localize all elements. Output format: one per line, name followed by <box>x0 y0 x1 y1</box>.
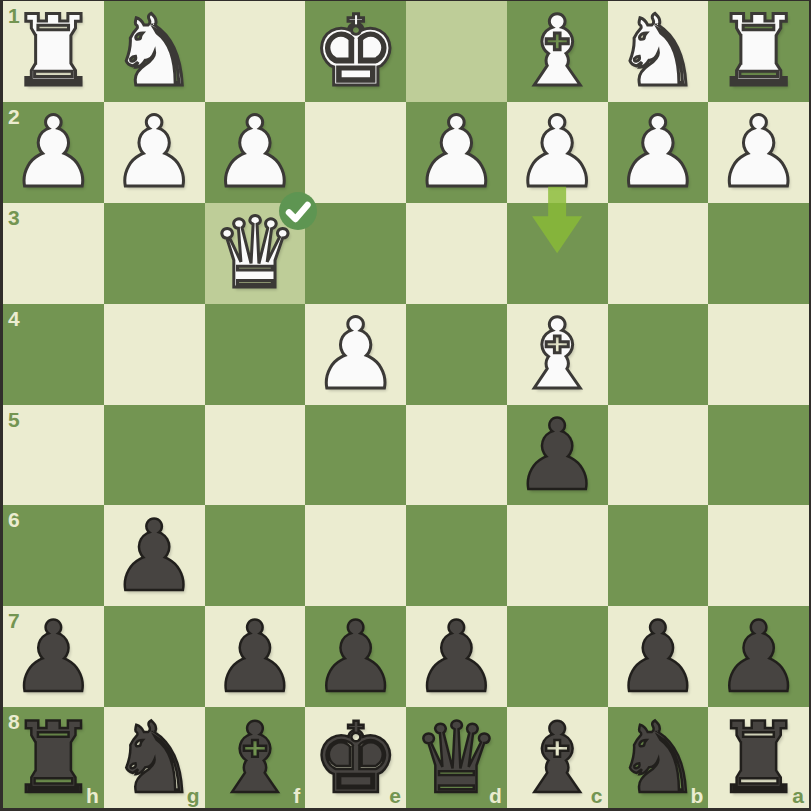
rank-label-8: 8 <box>8 711 20 732</box>
black-rook[interactable]: ♜ <box>715 709 803 807</box>
square-f3[interactable]: ♛ <box>205 203 306 304</box>
square-f6[interactable] <box>205 505 306 606</box>
square-h3[interactable]: 3 <box>3 203 104 304</box>
square-a8[interactable]: a♜ <box>708 707 809 808</box>
file-label-g: g <box>187 785 200 806</box>
square-g8[interactable]: g♞ <box>104 707 205 808</box>
square-g2[interactable]: ♟ <box>104 102 205 203</box>
file-label-b: b <box>690 785 703 806</box>
square-e5[interactable] <box>305 405 406 506</box>
square-a7[interactable]: ♟ <box>708 606 809 707</box>
black-pawn[interactable]: ♟ <box>312 608 400 706</box>
square-h2[interactable]: 2♟ <box>3 102 104 203</box>
square-d1[interactable] <box>406 1 507 102</box>
square-b5[interactable] <box>608 405 709 506</box>
square-h5[interactable]: 5 <box>3 405 104 506</box>
black-pawn[interactable]: ♟ <box>614 608 702 706</box>
white-knight[interactable]: ♞ <box>614 2 702 100</box>
white-pawn[interactable]: ♟ <box>211 103 299 201</box>
square-f7[interactable]: ♟ <box>205 606 306 707</box>
white-bishop[interactable]: ♝ <box>513 2 601 100</box>
square-d4[interactable] <box>406 304 507 405</box>
square-e3[interactable] <box>305 203 406 304</box>
black-knight[interactable]: ♞ <box>614 709 702 807</box>
square-c5[interactable]: ♟ <box>507 405 608 506</box>
black-pawn[interactable]: ♟ <box>110 507 198 605</box>
rank-label-4: 4 <box>8 308 20 329</box>
square-b2[interactable]: ♟ <box>608 102 709 203</box>
square-d8[interactable]: d♛ <box>406 707 507 808</box>
white-bishop[interactable]: ♝ <box>513 305 601 403</box>
white-pawn[interactable]: ♟ <box>412 103 500 201</box>
square-h7[interactable]: 7♟ <box>3 606 104 707</box>
square-e4[interactable]: ♟ <box>305 304 406 405</box>
square-b6[interactable] <box>608 505 709 606</box>
square-c1[interactable]: ♝ <box>507 1 608 102</box>
black-pawn[interactable]: ♟ <box>9 608 97 706</box>
square-b8[interactable]: b♞ <box>608 707 709 808</box>
square-f8[interactable]: f♝ <box>205 707 306 808</box>
square-d5[interactable] <box>406 405 507 506</box>
square-e8[interactable]: e♚ <box>305 707 406 808</box>
rank-label-2: 2 <box>8 106 20 127</box>
square-a3[interactable] <box>708 203 809 304</box>
page-background: 1♜♞♚♝♞♜2♟♟♟♟♟♟♟3♛4♟♝5♟6♟7♟♟♟♟♟♟8h♜g♞f♝e♚… <box>0 0 811 811</box>
square-f1[interactable] <box>205 1 306 102</box>
black-queen[interactable]: ♛ <box>412 709 500 807</box>
chess-board: 1♜♞♚♝♞♜2♟♟♟♟♟♟♟3♛4♟♝5♟6♟7♟♟♟♟♟♟8h♜g♞f♝e♚… <box>3 1 809 808</box>
square-a1[interactable]: ♜ <box>708 1 809 102</box>
white-pawn[interactable]: ♟ <box>9 103 97 201</box>
rank-label-3: 3 <box>8 207 20 228</box>
square-h6[interactable]: 6 <box>3 505 104 606</box>
file-label-f: f <box>293 785 300 806</box>
square-b7[interactable]: ♟ <box>608 606 709 707</box>
square-f4[interactable] <box>205 304 306 405</box>
square-e7[interactable]: ♟ <box>305 606 406 707</box>
square-g3[interactable] <box>104 203 205 304</box>
square-d6[interactable] <box>406 505 507 606</box>
square-b3[interactable] <box>608 203 709 304</box>
black-bishop[interactable]: ♝ <box>513 709 601 807</box>
square-g5[interactable] <box>104 405 205 506</box>
square-d7[interactable]: ♟ <box>406 606 507 707</box>
square-a4[interactable] <box>708 304 809 405</box>
white-pawn[interactable]: ♟ <box>110 103 198 201</box>
square-b1[interactable]: ♞ <box>608 1 709 102</box>
square-a5[interactable] <box>708 405 809 506</box>
black-bishop[interactable]: ♝ <box>211 709 299 807</box>
white-pawn[interactable]: ♟ <box>513 103 601 201</box>
square-c7[interactable] <box>507 606 608 707</box>
square-c2[interactable]: ♟ <box>507 102 608 203</box>
file-label-h: h <box>86 785 99 806</box>
square-c3[interactable] <box>507 203 608 304</box>
white-knight[interactable]: ♞ <box>110 2 198 100</box>
square-e6[interactable] <box>305 505 406 606</box>
square-g7[interactable] <box>104 606 205 707</box>
white-rook[interactable]: ♜ <box>715 2 803 100</box>
black-knight[interactable]: ♞ <box>110 709 198 807</box>
file-label-e: e <box>389 785 401 806</box>
white-king[interactable]: ♚ <box>312 2 400 100</box>
white-rook[interactable]: ♜ <box>9 2 97 100</box>
square-c4[interactable]: ♝ <box>507 304 608 405</box>
square-d3[interactable] <box>406 203 507 304</box>
square-e2[interactable] <box>305 102 406 203</box>
square-f5[interactable] <box>205 405 306 506</box>
square-g6[interactable]: ♟ <box>104 505 205 606</box>
square-a6[interactable] <box>708 505 809 606</box>
rank-label-5: 5 <box>8 409 20 430</box>
square-e1[interactable]: ♚ <box>305 1 406 102</box>
file-label-d: d <box>489 785 502 806</box>
square-a2[interactable]: ♟ <box>708 102 809 203</box>
rank-label-7: 7 <box>8 610 20 631</box>
square-b4[interactable] <box>608 304 709 405</box>
square-h1[interactable]: 1♜ <box>3 1 104 102</box>
square-c6[interactable] <box>507 505 608 606</box>
black-pawn[interactable]: ♟ <box>211 608 299 706</box>
black-rook[interactable]: ♜ <box>9 709 97 807</box>
square-f2[interactable]: ♟ <box>205 102 306 203</box>
rank-label-1: 1 <box>8 5 20 26</box>
square-h4[interactable]: 4 <box>3 304 104 405</box>
black-pawn[interactable]: ♟ <box>513 406 601 504</box>
square-g4[interactable] <box>104 304 205 405</box>
rank-label-6: 6 <box>8 509 20 530</box>
square-g1[interactable]: ♞ <box>104 1 205 102</box>
white-pawn[interactable]: ♟ <box>715 103 803 201</box>
square-d2[interactable]: ♟ <box>406 102 507 203</box>
file-label-c: c <box>591 785 603 806</box>
square-c8[interactable]: c♝ <box>507 707 608 808</box>
white-queen[interactable]: ♛ <box>211 204 299 302</box>
file-label-a: a <box>792 785 804 806</box>
white-pawn[interactable]: ♟ <box>312 305 400 403</box>
square-h8[interactable]: 8h♜ <box>3 707 104 808</box>
black-king[interactable]: ♚ <box>312 709 400 807</box>
white-pawn[interactable]: ♟ <box>614 103 702 201</box>
black-pawn[interactable]: ♟ <box>715 608 803 706</box>
black-pawn[interactable]: ♟ <box>412 608 500 706</box>
